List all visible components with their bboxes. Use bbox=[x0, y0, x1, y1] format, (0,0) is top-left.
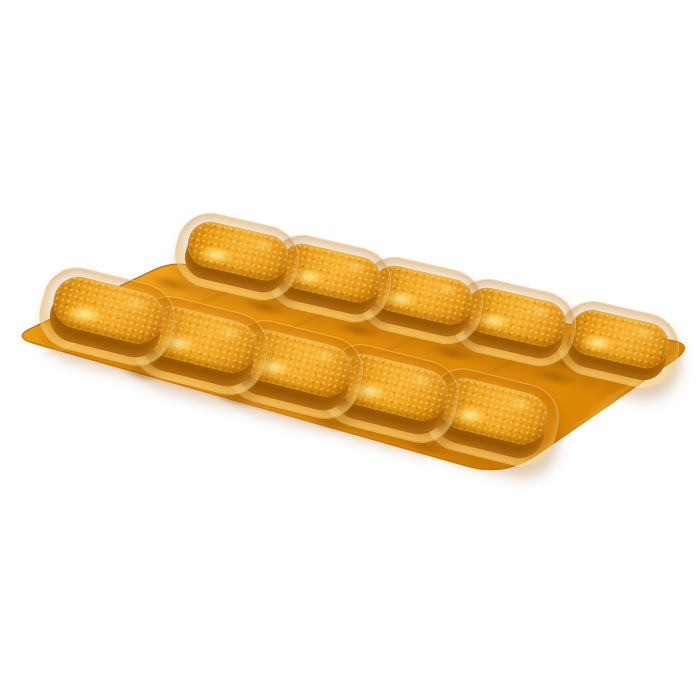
tablet-gloss-small-icon bbox=[632, 324, 656, 341]
tablet-gloss-icon bbox=[580, 332, 616, 352]
tablet-gloss-small-icon bbox=[528, 302, 553, 319]
tablet-gloss-small-icon bbox=[343, 258, 368, 275]
tablet-gloss-small-icon bbox=[123, 294, 150, 313]
tablet-gloss-small-icon bbox=[216, 323, 243, 342]
tablet-gloss-small-icon bbox=[435, 280, 460, 297]
tablet-gloss-small-icon bbox=[311, 347, 338, 366]
tablet-unit bbox=[168, 206, 306, 307]
tablet-gloss-small-icon bbox=[251, 236, 276, 253]
tablet-unit bbox=[32, 260, 182, 373]
tablet-gloss-icon bbox=[198, 244, 234, 264]
tablet-gloss-small-icon bbox=[407, 371, 434, 390]
product-photo bbox=[0, 0, 700, 700]
pills-layer bbox=[0, 0, 700, 700]
tablet-gloss-icon bbox=[65, 302, 105, 325]
tablet-gloss-small-icon bbox=[508, 395, 535, 414]
